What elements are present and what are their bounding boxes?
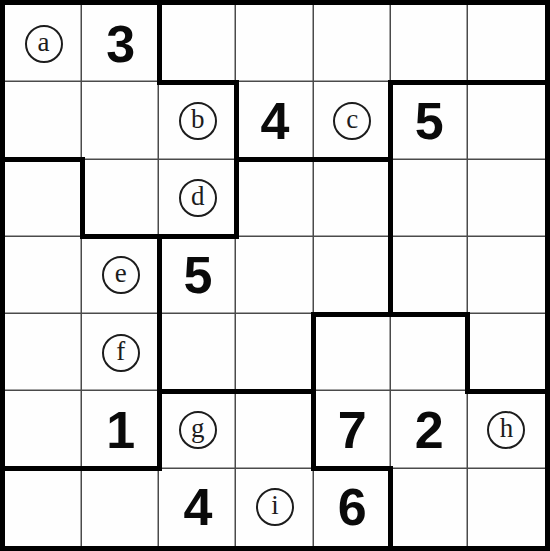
cell-r7c3: 4 [159, 469, 236, 546]
cell-r1c1: a [5, 5, 82, 82]
cell-r6c5: 7 [314, 391, 391, 468]
puzzle-board: a3b4c5de5f1g72h4i6 [0, 0, 550, 551]
region-border-segment [388, 80, 393, 162]
cell-r6c1 [5, 391, 82, 468]
cell-r2c6: 5 [391, 82, 468, 159]
cell-r2c7 [468, 82, 545, 159]
cell-r3c1 [5, 160, 82, 237]
region-border-segment [157, 312, 162, 394]
cell-r4c6 [391, 237, 468, 314]
cell-r2c3: b [159, 82, 236, 159]
cell-r1c4 [236, 5, 313, 82]
given-digit: 7 [338, 404, 367, 456]
cell-r5c7 [468, 314, 545, 391]
region-border-segment [80, 466, 162, 471]
circled-letter-a: a [25, 25, 63, 63]
given-digit: 6 [338, 481, 367, 533]
region-border-segment [157, 389, 162, 471]
region-border-segment [234, 389, 316, 394]
cell-r7c2 [82, 469, 159, 546]
cell-r4c3: 5 [159, 237, 236, 314]
cell-r3c5 [314, 160, 391, 237]
cell-r3c7 [468, 160, 545, 237]
cell-r1c3 [159, 5, 236, 82]
cell-r4c2: e [82, 237, 159, 314]
cell-r5c5 [314, 314, 391, 391]
cell-r1c2: 3 [82, 5, 159, 82]
circled-letter-g: g [179, 411, 217, 449]
region-border-segment [311, 312, 316, 394]
cell-r5c6 [391, 314, 468, 391]
cell-r5c1 [5, 314, 82, 391]
region-border-segment [388, 234, 393, 316]
cell-r7c4: i [236, 469, 313, 546]
region-border-segment [311, 389, 316, 471]
cell-r5c2: f [82, 314, 159, 391]
region-border-segment [157, 234, 162, 316]
given-digit: 2 [415, 404, 444, 456]
given-digit: 5 [415, 95, 444, 147]
circled-letter-c: c [333, 102, 371, 140]
cell-r6c3: g [159, 391, 236, 468]
cell-r6c2: 1 [82, 391, 159, 468]
cell-r3c6 [391, 160, 468, 237]
region-border-segment [311, 466, 393, 471]
cell-r2c1 [5, 82, 82, 159]
cell-r6c6: 2 [391, 391, 468, 468]
given-digit: 5 [183, 249, 212, 301]
circled-letter-b: b [179, 102, 217, 140]
cell-r4c4 [236, 237, 313, 314]
region-border-segment [157, 234, 239, 239]
circled-letter-e: e [102, 256, 140, 294]
region-border-segment [157, 80, 239, 85]
cell-r5c4 [236, 314, 313, 391]
cell-r6c7: h [468, 391, 545, 468]
cell-r4c5 [314, 237, 391, 314]
region-border-segment [388, 157, 393, 239]
region-border-segment [234, 80, 239, 162]
cell-r2c4: 4 [236, 82, 313, 159]
region-border-segment [311, 312, 393, 317]
cell-r3c4 [236, 160, 313, 237]
region-border-segment [465, 80, 547, 85]
circled-letter-d: d [179, 179, 217, 217]
cell-r1c6 [391, 5, 468, 82]
cell-r3c2 [82, 160, 159, 237]
circled-letter-h: h [487, 411, 525, 449]
cell-r4c1 [5, 237, 82, 314]
cell-r6c4 [236, 391, 313, 468]
region-border-segment [234, 157, 316, 162]
region-border-segment [80, 157, 85, 239]
given-digit: 4 [261, 95, 290, 147]
cell-r7c1 [5, 469, 82, 546]
region-border-segment [311, 157, 393, 162]
region-border-segment [3, 157, 85, 162]
circled-letter-i: i [256, 488, 294, 526]
cell-r2c2 [82, 82, 159, 159]
cell-r4c7 [468, 237, 545, 314]
cell-r2c5: c [314, 82, 391, 159]
given-digit: 4 [183, 481, 212, 533]
given-digit: 1 [106, 404, 135, 456]
cell-r5c3 [159, 314, 236, 391]
cell-r7c7 [468, 469, 545, 546]
cell-r7c6 [391, 469, 468, 546]
cell-r1c7 [468, 5, 545, 82]
region-border-segment [80, 234, 162, 239]
region-border-segment [157, 3, 162, 85]
region-border-segment [465, 389, 547, 394]
region-border-segment [388, 312, 470, 317]
cell-r1c5 [314, 5, 391, 82]
region-border-segment [234, 157, 239, 239]
region-border-segment [3, 466, 85, 471]
region-border-segment [157, 389, 239, 394]
region-border-segment [388, 466, 393, 548]
region-border-segment [465, 312, 470, 394]
region-border-segment [388, 80, 470, 85]
circled-letter-f: f [102, 334, 140, 372]
cell-r7c5: 6 [314, 469, 391, 546]
cell-r3c3: d [159, 160, 236, 237]
given-digit: 3 [106, 18, 135, 70]
